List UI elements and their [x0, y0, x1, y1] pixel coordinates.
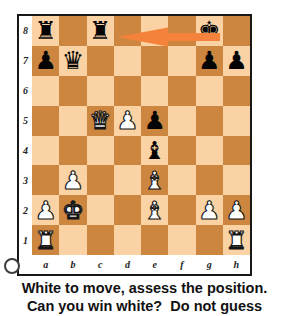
square-b3[interactable]: ♟ — [59, 165, 86, 195]
rank-label-3: 3 — [19, 165, 32, 195]
square-g2[interactable]: ♟ — [196, 195, 223, 225]
white-pawn-g2[interactable]: ♟ — [198, 198, 220, 223]
square-d5[interactable]: ♟ — [114, 106, 141, 136]
square-h5[interactable] — [223, 106, 250, 136]
white-to-move-indicator — [4, 258, 20, 274]
file-label-c: c — [87, 255, 114, 274]
square-f4[interactable] — [168, 136, 195, 166]
black-queen-b7[interactable]: ♛ — [62, 48, 84, 73]
square-h3[interactable] — [223, 165, 250, 195]
white-bishop-e3[interactable]: ♝ — [143, 168, 165, 193]
square-d4[interactable] — [114, 136, 141, 166]
black-rook-a8[interactable]: ♜ — [34, 18, 56, 43]
square-c8[interactable]: ♜ — [87, 16, 114, 46]
square-b8[interactable] — [59, 16, 86, 46]
square-d3[interactable] — [114, 165, 141, 195]
square-e5[interactable]: ♟ — [141, 106, 168, 136]
white-bishop-e2[interactable]: ♝ — [143, 198, 165, 223]
square-a2[interactable]: ♟ — [32, 195, 59, 225]
square-d6[interactable] — [114, 76, 141, 106]
square-f6[interactable] — [168, 76, 195, 106]
white-pawn-b3[interactable]: ♟ — [62, 168, 84, 193]
chess-board: 8♜♜♚7♟♛♟♟65♛♟♟4♝3♟♝2♟♚♝♟♟1♜♜abcdefgh — [19, 16, 250, 274]
black-pawn-e5[interactable]: ♟ — [143, 108, 165, 133]
square-a5[interactable] — [32, 106, 59, 136]
square-b4[interactable] — [59, 136, 86, 166]
white-pawn-d5[interactable]: ♟ — [116, 108, 138, 133]
file-label-d: d — [114, 255, 141, 274]
rank-label-1: 1 — [19, 225, 32, 255]
square-a3[interactable] — [32, 165, 59, 195]
square-e2[interactable]: ♝ — [141, 195, 168, 225]
square-e4[interactable]: ♝ — [141, 136, 168, 166]
file-label-g: g — [196, 255, 223, 274]
file-label-b: b — [59, 255, 86, 274]
rank-label-6: 6 — [19, 76, 32, 106]
rank-label-2: 2 — [19, 195, 32, 225]
file-label-f: f — [168, 255, 195, 274]
square-e6[interactable] — [141, 76, 168, 106]
chess-puzzle-page: 8♜♜♚7♟♛♟♟65♛♟♟4♝3♟♝2♟♚♝♟♟1♜♜abcdefgh Whi… — [0, 0, 289, 316]
square-d2[interactable] — [114, 195, 141, 225]
square-a8[interactable]: ♜ — [32, 16, 59, 46]
rank-label-8: 8 — [19, 16, 32, 46]
square-f1[interactable] — [168, 225, 195, 255]
caption-line1: White to move, assess the position. — [0, 279, 289, 297]
square-g5[interactable] — [196, 106, 223, 136]
square-b1[interactable] — [59, 225, 86, 255]
square-a4[interactable] — [32, 136, 59, 166]
square-g1[interactable] — [196, 225, 223, 255]
black-pawn-g7[interactable]: ♟ — [198, 48, 220, 73]
black-rook-c8[interactable]: ♜ — [89, 18, 111, 43]
square-c2[interactable] — [87, 195, 114, 225]
square-b2[interactable]: ♚ — [59, 195, 86, 225]
square-e1[interactable] — [141, 225, 168, 255]
black-king-g8[interactable]: ♚ — [198, 18, 220, 43]
square-f2[interactable] — [168, 195, 195, 225]
square-h6[interactable] — [223, 76, 250, 106]
chess-board-frame: 8♜♜♚7♟♛♟♟65♛♟♟4♝3♟♝2♟♚♝♟♟1♜♜abcdefgh — [17, 14, 252, 276]
rank-label-7: 7 — [19, 46, 32, 76]
black-pawn-a7[interactable]: ♟ — [34, 48, 56, 73]
square-c6[interactable] — [87, 76, 114, 106]
square-e3[interactable]: ♝ — [141, 165, 168, 195]
square-h2[interactable]: ♟ — [223, 195, 250, 225]
white-rook-h1[interactable]: ♜ — [225, 228, 247, 253]
square-g8[interactable]: ♚ — [196, 16, 223, 46]
square-a6[interactable] — [32, 76, 59, 106]
file-label-h: h — [223, 255, 250, 274]
square-f7[interactable] — [168, 46, 195, 76]
square-g3[interactable] — [196, 165, 223, 195]
square-g6[interactable] — [196, 76, 223, 106]
square-a1[interactable]: ♜ — [32, 225, 59, 255]
square-c1[interactable] — [87, 225, 114, 255]
board-corner — [19, 255, 32, 274]
square-h7[interactable]: ♟ — [223, 46, 250, 76]
square-d8[interactable] — [114, 16, 141, 46]
white-king-b2[interactable]: ♚ — [62, 198, 84, 223]
square-f8[interactable] — [168, 16, 195, 46]
white-queen-c5[interactable]: ♛ — [89, 108, 111, 133]
square-d7[interactable] — [114, 46, 141, 76]
black-bishop-e4[interactable]: ♝ — [143, 138, 165, 163]
square-h8[interactable] — [223, 16, 250, 46]
file-label-e: e — [141, 255, 168, 274]
square-a7[interactable]: ♟ — [32, 46, 59, 76]
caption-line2: Can you win white? Do not guess — [0, 297, 289, 315]
square-c7[interactable] — [87, 46, 114, 76]
white-pawn-h2[interactable]: ♟ — [225, 198, 247, 223]
square-c5[interactable]: ♛ — [87, 106, 114, 136]
rank-label-5: 5 — [19, 106, 32, 136]
square-c4[interactable] — [87, 136, 114, 166]
white-rook-a1[interactable]: ♜ — [34, 228, 56, 253]
square-d1[interactable] — [114, 225, 141, 255]
square-h4[interactable] — [223, 136, 250, 166]
file-label-a: a — [32, 255, 59, 274]
square-f5[interactable] — [168, 106, 195, 136]
square-c3[interactable] — [87, 165, 114, 195]
square-b6[interactable] — [59, 76, 86, 106]
square-g4[interactable] — [196, 136, 223, 166]
rank-label-4: 4 — [19, 136, 32, 166]
square-h1[interactable]: ♜ — [223, 225, 250, 255]
caption: White to move, assess the position. Can … — [0, 279, 289, 315]
black-pawn-h7[interactable]: ♟ — [225, 48, 247, 73]
white-pawn-a2[interactable]: ♟ — [34, 198, 56, 223]
square-f3[interactable] — [168, 165, 195, 195]
square-e8[interactable] — [141, 16, 168, 46]
square-b7[interactable]: ♛ — [59, 46, 86, 76]
square-b5[interactable] — [59, 106, 86, 136]
square-e7[interactable] — [141, 46, 168, 76]
square-g7[interactable]: ♟ — [196, 46, 223, 76]
